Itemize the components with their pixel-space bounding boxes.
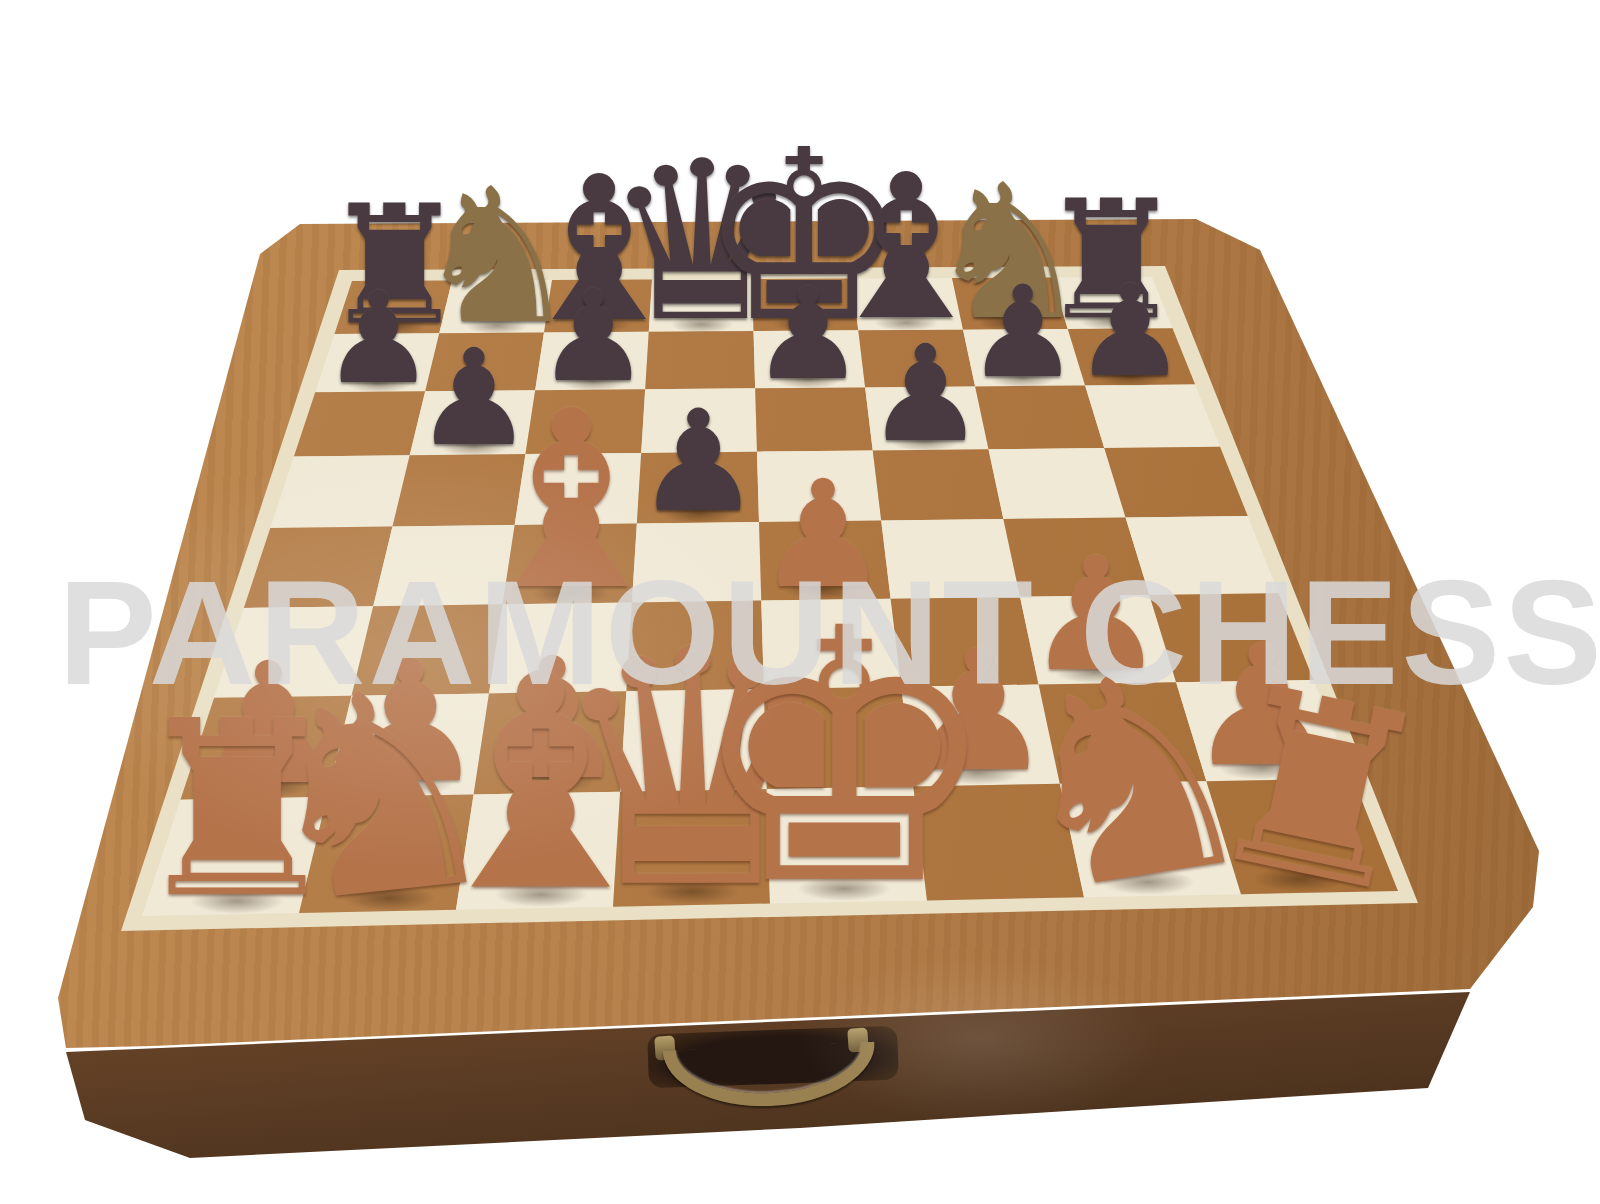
- pieces-layer: ♜♞♝♛♚♝♞♜♟♟♟♟♟♟♟♟♝♟♟♟♟♟♟♟♜♞♝♛♚♞♜: [0, 0, 1600, 1204]
- piece-black-pawn-h7[interactable]: ♟: [1073, 268, 1187, 395]
- chessboard-photo: ♜♞♝♛♚♝♞♜♟♟♟♟♟♟♟♟♝♟♟♟♟♟♟♟♜♞♝♛♚♞♜ PARAMOUN…: [0, 0, 1600, 1204]
- piece-black-pawn-e7[interactable]: ♟: [751, 271, 865, 398]
- piece-white-king-e1[interactable]: ♚: [688, 583, 1001, 932]
- piece-black-pawn-f6[interactable]: ♟: [866, 326, 985, 459]
